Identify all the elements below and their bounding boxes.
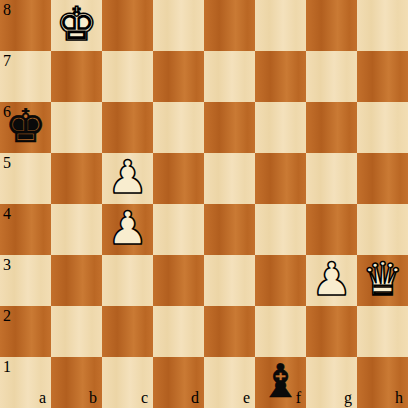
square-f6[interactable] — [255, 102, 306, 153]
square-b6[interactable] — [51, 102, 102, 153]
square-h2[interactable] — [357, 306, 408, 357]
square-g3[interactable]: ♟ — [306, 255, 357, 306]
square-f4[interactable] — [255, 204, 306, 255]
file-label-b: b — [89, 390, 97, 406]
square-h7[interactable] — [357, 51, 408, 102]
square-b3[interactable] — [51, 255, 102, 306]
square-c1[interactable]: c — [102, 357, 153, 408]
square-a6[interactable]: 6♚ — [0, 102, 51, 153]
rank-label-4: 4 — [3, 206, 11, 222]
square-f3[interactable] — [255, 255, 306, 306]
square-d7[interactable] — [153, 51, 204, 102]
square-h1[interactable]: h — [357, 357, 408, 408]
square-e5[interactable] — [204, 153, 255, 204]
square-c2[interactable] — [102, 306, 153, 357]
square-a8[interactable]: 8 — [0, 0, 51, 51]
square-d6[interactable] — [153, 102, 204, 153]
square-b1[interactable]: b — [51, 357, 102, 408]
square-f8[interactable] — [255, 0, 306, 51]
square-g2[interactable] — [306, 306, 357, 357]
white-queen-h3: ♛ — [362, 256, 403, 302]
square-a4[interactable]: 4 — [0, 204, 51, 255]
square-c5[interactable]: ♟ — [102, 153, 153, 204]
square-b5[interactable] — [51, 153, 102, 204]
file-label-e: e — [243, 390, 250, 406]
black-king-a6: ♚ — [5, 103, 46, 149]
square-f7[interactable] — [255, 51, 306, 102]
rank-label-2: 2 — [3, 308, 11, 324]
square-h3[interactable]: ♛ — [357, 255, 408, 306]
square-c8[interactable] — [102, 0, 153, 51]
square-f2[interactable] — [255, 306, 306, 357]
square-a5[interactable]: 5 — [0, 153, 51, 204]
square-b2[interactable] — [51, 306, 102, 357]
square-c4[interactable]: ♟ — [102, 204, 153, 255]
square-d3[interactable] — [153, 255, 204, 306]
file-label-d: d — [191, 390, 199, 406]
square-b7[interactable] — [51, 51, 102, 102]
square-e2[interactable] — [204, 306, 255, 357]
file-label-h: h — [395, 390, 403, 406]
square-e7[interactable] — [204, 51, 255, 102]
square-g6[interactable] — [306, 102, 357, 153]
square-d1[interactable]: d — [153, 357, 204, 408]
square-d5[interactable] — [153, 153, 204, 204]
square-b4[interactable] — [51, 204, 102, 255]
square-g5[interactable] — [306, 153, 357, 204]
black-bishop-f1: ♝ — [260, 358, 301, 404]
square-f5[interactable] — [255, 153, 306, 204]
square-f1[interactable]: f♝ — [255, 357, 306, 408]
white-king-b8: ♚ — [56, 1, 97, 47]
square-c3[interactable] — [102, 255, 153, 306]
square-e1[interactable]: e — [204, 357, 255, 408]
square-e8[interactable] — [204, 0, 255, 51]
square-e4[interactable] — [204, 204, 255, 255]
square-g8[interactable] — [306, 0, 357, 51]
rank-label-8: 8 — [3, 2, 11, 18]
square-a1[interactable]: 1a — [0, 357, 51, 408]
file-label-a: a — [39, 390, 46, 406]
square-g1[interactable]: g — [306, 357, 357, 408]
square-d8[interactable] — [153, 0, 204, 51]
file-label-g: g — [344, 390, 352, 406]
square-h4[interactable] — [357, 204, 408, 255]
square-d4[interactable] — [153, 204, 204, 255]
square-c7[interactable] — [102, 51, 153, 102]
square-e6[interactable] — [204, 102, 255, 153]
square-h5[interactable] — [357, 153, 408, 204]
file-label-c: c — [141, 390, 148, 406]
square-a7[interactable]: 7 — [0, 51, 51, 102]
square-a2[interactable]: 2 — [0, 306, 51, 357]
square-h8[interactable] — [357, 0, 408, 51]
square-a3[interactable]: 3 — [0, 255, 51, 306]
square-g7[interactable] — [306, 51, 357, 102]
square-h6[interactable] — [357, 102, 408, 153]
chess-board: 8♚76♚5♟4♟3♟♛21abcdef♝gh — [0, 0, 408, 408]
white-pawn-c4: ♟ — [107, 205, 148, 251]
rank-label-1: 1 — [3, 359, 11, 375]
white-pawn-c5: ♟ — [107, 154, 148, 200]
rank-label-7: 7 — [3, 53, 11, 69]
square-c6[interactable] — [102, 102, 153, 153]
square-b8[interactable]: ♚ — [51, 0, 102, 51]
square-d2[interactable] — [153, 306, 204, 357]
white-pawn-g3: ♟ — [311, 256, 352, 302]
square-e3[interactable] — [204, 255, 255, 306]
rank-label-3: 3 — [3, 257, 11, 273]
square-g4[interactable] — [306, 204, 357, 255]
rank-label-5: 5 — [3, 155, 11, 171]
